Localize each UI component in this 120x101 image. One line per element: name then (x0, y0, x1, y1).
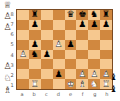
white-bishop: ♝♗ (78, 80, 86, 89)
square-f2[interactable]: ♟♙ (76, 69, 88, 79)
square-a2[interactable] (17, 69, 29, 79)
square-e6[interactable] (65, 30, 77, 40)
square-h5[interactable] (100, 40, 112, 50)
black-pawn: ♟ (90, 20, 98, 29)
rank-label-3: 3 (9, 60, 15, 70)
black-king: ♚ (78, 10, 86, 19)
black-knight: ♞ (90, 10, 98, 19)
file-label-a: a (16, 90, 28, 98)
file-label-g: g (89, 90, 101, 98)
square-h8[interactable]: ♜ (100, 10, 112, 20)
file-label-e: e (65, 90, 77, 98)
rank-label-1: 1 (9, 80, 15, 90)
square-e2[interactable] (65, 69, 77, 79)
white-knight: ♞♘ (90, 80, 98, 89)
black-knight: ♞ (31, 50, 39, 59)
square-g4[interactable] (88, 50, 100, 60)
square-g6[interactable] (88, 30, 100, 40)
square-d1[interactable] (53, 79, 65, 89)
black-pawn: ♟ (102, 20, 110, 29)
white-pawn: ♟♙ (90, 70, 98, 79)
square-b5[interactable]: ♟ (29, 40, 41, 50)
square-b8[interactable]: ♜ (29, 10, 41, 20)
rank-labels: 87654321 (9, 9, 15, 90)
square-g8[interactable]: ♞ (88, 10, 100, 20)
square-a6[interactable] (17, 30, 29, 40)
square-c6[interactable] (41, 30, 53, 40)
square-h7[interactable]: ♟ (100, 20, 112, 30)
white-pawn: ♟♙ (78, 70, 86, 79)
square-c5[interactable] (41, 40, 53, 50)
white-pawn: ♟♙ (19, 50, 27, 59)
square-a5[interactable] (17, 40, 29, 50)
square-b3[interactable] (29, 59, 41, 69)
captured-black-bishop: ♝ (109, 83, 117, 95)
square-f7[interactable]: ♟ (76, 20, 88, 30)
rank-label-5: 5 (9, 39, 15, 49)
square-g5[interactable] (88, 40, 100, 50)
file-labels: abcdefgh (16, 90, 113, 98)
square-a7[interactable] (17, 20, 29, 30)
square-c2[interactable] (41, 69, 53, 79)
square-c3[interactable] (41, 59, 53, 69)
black-pawn: ♟ (31, 20, 39, 29)
square-h4[interactable] (100, 50, 112, 60)
square-e7[interactable] (65, 20, 77, 30)
square-b2[interactable] (29, 69, 41, 79)
square-e3[interactable] (65, 59, 77, 69)
square-h6[interactable] (100, 30, 112, 40)
square-f4[interactable] (76, 50, 88, 60)
rank-label-8: 8 (9, 9, 15, 19)
black-pawn: ♟ (55, 70, 63, 79)
captured-black-bishop: ♝ (109, 71, 117, 83)
square-e8[interactable]: ♛ (65, 10, 77, 20)
white-rook: ♜♖ (31, 80, 39, 89)
square-a8[interactable] (17, 10, 29, 20)
square-d8[interactable] (53, 10, 65, 20)
file-label-c: c (40, 90, 52, 98)
square-a1[interactable] (17, 79, 29, 89)
square-d5[interactable]: ♟♙ (53, 40, 65, 50)
square-f3[interactable] (76, 59, 88, 69)
rank-label-6: 6 (9, 29, 15, 39)
rank-label-4: 4 (9, 50, 15, 60)
square-c7[interactable] (41, 20, 53, 30)
file-label-b: b (28, 90, 40, 98)
square-f6[interactable] (76, 30, 88, 40)
square-d6[interactable] (53, 30, 65, 40)
rank-label-2: 2 (9, 70, 15, 80)
captured-black-tray: ♝♝ (107, 71, 120, 95)
black-pawn: ♟ (43, 50, 51, 59)
file-label-f: f (77, 90, 89, 98)
square-a4[interactable]: ♟♙ (17, 50, 29, 60)
square-b1[interactable]: ♜♖ (29, 79, 41, 89)
square-g7[interactable]: ♟ (88, 20, 100, 30)
chess-board: ♜♛♚♞♜♟♟♟♟♟♟♙♟♟♙♞♟♟♟♙♟♙♟♙♜♖♚♔♝♗♞♘♜♖ (16, 9, 113, 90)
square-g1[interactable]: ♞♘ (88, 79, 100, 89)
square-a3[interactable] (17, 59, 29, 69)
square-d4[interactable] (53, 50, 65, 60)
square-g3[interactable] (88, 59, 100, 69)
square-c1[interactable] (41, 79, 53, 89)
black-queen: ♛ (66, 10, 74, 19)
square-f8[interactable]: ♚ (76, 10, 88, 20)
black-rook: ♜ (102, 10, 110, 19)
square-f5[interactable] (76, 40, 88, 50)
black-pawn: ♟ (31, 40, 39, 49)
square-e5[interactable]: ♟ (65, 40, 77, 50)
white-king: ♚♔ (66, 80, 74, 89)
square-h3[interactable] (100, 59, 112, 69)
square-d2[interactable]: ♟ (53, 69, 65, 79)
square-d7[interactable] (53, 20, 65, 30)
square-e1[interactable]: ♚♔ (65, 79, 77, 89)
black-pawn: ♟ (66, 40, 74, 49)
chess-diagram: ♕♙♙ ♙♘♗ 87654321 ♜♛♚♞♜♟♟♟♟♟♟♙♟♟♙♞♟♟♟♙♟♙♟… (0, 0, 120, 101)
square-b6[interactable] (29, 30, 41, 40)
square-b4[interactable]: ♞ (29, 50, 41, 60)
white-pawn: ♟♙ (55, 40, 63, 49)
square-c4[interactable]: ♟ (41, 50, 53, 60)
square-c8[interactable] (41, 10, 53, 20)
square-d3[interactable] (53, 59, 65, 69)
file-label-d: d (52, 90, 64, 98)
square-g2[interactable]: ♟♙ (88, 69, 100, 79)
square-b7[interactable]: ♟ (29, 20, 41, 30)
black-pawn: ♟ (78, 20, 86, 29)
black-rook: ♜ (31, 10, 39, 19)
square-f1[interactable]: ♝♗ (76, 79, 88, 89)
rank-label-7: 7 (9, 19, 15, 29)
square-e4[interactable] (65, 50, 77, 60)
